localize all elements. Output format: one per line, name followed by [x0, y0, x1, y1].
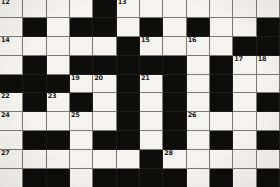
crossword-photo: 1213141516171819202122232425262728	[0, 0, 280, 187]
black-cell-r1c11	[257, 18, 280, 37]
white-cell-r5c8[interactable]	[187, 93, 210, 112]
white-cell-r5c10[interactable]	[233, 93, 256, 112]
white-cell-r4c11[interactable]	[257, 75, 280, 94]
black-cell-r4c9	[210, 75, 233, 94]
black-cell-r1c4	[93, 18, 116, 37]
black-cell-r9c1	[23, 169, 46, 187]
white-cell-r8c0[interactable]: 27	[0, 150, 23, 169]
white-cell-r6c2[interactable]	[47, 112, 70, 131]
white-cell-r6c10[interactable]	[233, 112, 256, 131]
white-cell-r6c1[interactable]	[23, 112, 46, 131]
crossword-grid: 1213141516171819202122232425262728	[0, 0, 280, 187]
white-cell-r3c8[interactable]	[187, 56, 210, 75]
white-cell-r0c8[interactable]	[187, 0, 210, 18]
black-cell-r7c11	[257, 131, 280, 150]
clue-number-26: 26	[188, 112, 196, 119]
white-cell-r6c11[interactable]	[257, 112, 280, 131]
clue-number-22: 22	[1, 93, 9, 100]
white-cell-r8c8[interactable]	[187, 150, 210, 169]
black-cell-r1c1	[23, 18, 46, 37]
white-cell-r9c8[interactable]	[187, 169, 210, 187]
clue-number-17: 17	[234, 56, 242, 63]
black-cell-r9c7	[163, 169, 186, 187]
clue-number-18: 18	[258, 56, 266, 63]
white-cell-r1c0[interactable]	[0, 18, 23, 37]
white-cell-r6c6[interactable]	[140, 112, 163, 131]
black-cell-r7c4	[93, 131, 116, 150]
white-cell-r4c10[interactable]	[233, 75, 256, 94]
white-cell-r2c1[interactable]	[23, 37, 46, 56]
black-cell-r4c0	[0, 75, 23, 94]
black-cell-r1c8	[187, 18, 210, 37]
black-cell-r3c5	[117, 56, 140, 75]
white-cell-r3c10[interactable]: 17	[233, 56, 256, 75]
white-cell-r2c9[interactable]	[210, 37, 233, 56]
white-cell-r6c3[interactable]: 25	[70, 112, 93, 131]
white-cell-r4c3[interactable]: 19	[70, 75, 93, 94]
black-cell-r4c1	[23, 75, 46, 94]
white-cell-r5c4[interactable]	[93, 93, 116, 112]
white-cell-r6c8[interactable]: 26	[187, 112, 210, 131]
white-cell-r2c0[interactable]: 14	[0, 37, 23, 56]
white-cell-r6c4[interactable]	[93, 112, 116, 131]
white-cell-r2c8[interactable]: 16	[187, 37, 210, 56]
white-cell-r0c3[interactable]	[70, 0, 93, 18]
white-cell-r8c4[interactable]	[93, 150, 116, 169]
clue-number-21: 21	[141, 75, 149, 82]
black-cell-r9c4	[93, 169, 116, 187]
white-cell-r9c3[interactable]	[70, 169, 93, 187]
clue-number-28: 28	[164, 150, 172, 157]
clue-number-25: 25	[71, 112, 79, 119]
white-cell-r5c0[interactable]: 22	[0, 93, 23, 112]
white-cell-r0c6[interactable]	[140, 0, 163, 18]
white-cell-r2c4[interactable]	[93, 37, 116, 56]
white-cell-r4c6[interactable]: 21	[140, 75, 163, 94]
white-cell-r8c1[interactable]	[23, 150, 46, 169]
clue-number-24: 24	[1, 112, 9, 119]
clue-number-27: 27	[1, 150, 9, 157]
clue-number-20: 20	[94, 75, 102, 82]
white-cell-r8c11[interactable]	[257, 150, 280, 169]
white-cell-r1c7[interactable]	[163, 18, 186, 37]
white-cell-r0c0[interactable]: 12	[0, 0, 23, 18]
white-cell-r2c7[interactable]	[163, 37, 186, 56]
black-cell-r4c7	[163, 75, 186, 94]
clue-number-16: 16	[188, 37, 196, 44]
black-cell-r1c6	[140, 18, 163, 37]
black-cell-r2c11	[257, 37, 280, 56]
black-cell-r6c7	[163, 112, 186, 131]
white-cell-r0c5[interactable]: 13	[117, 0, 140, 18]
white-cell-r0c2[interactable]	[47, 0, 70, 18]
white-cell-r9c0[interactable]	[0, 169, 23, 187]
white-cell-r6c9[interactable]	[210, 112, 233, 131]
white-cell-r8c7[interactable]: 28	[163, 150, 186, 169]
black-cell-r4c2	[47, 75, 70, 94]
white-cell-r0c10[interactable]	[233, 0, 256, 18]
black-cell-r7c2	[47, 131, 70, 150]
white-cell-r7c6[interactable]	[140, 131, 163, 150]
black-cell-r5c11	[257, 93, 280, 112]
clue-number-14: 14	[1, 37, 9, 44]
clue-number-23: 23	[48, 93, 56, 100]
white-cell-r4c4[interactable]: 20	[93, 75, 116, 94]
white-cell-r5c6[interactable]	[140, 93, 163, 112]
black-cell-r6c5	[117, 112, 140, 131]
white-cell-r2c2[interactable]	[47, 37, 70, 56]
black-cell-r7c7	[163, 131, 186, 150]
white-cell-r3c0[interactable]	[0, 56, 23, 75]
black-cell-r3c3	[70, 56, 93, 75]
black-cell-r3c9	[210, 56, 233, 75]
white-cell-r3c11[interactable]: 18	[257, 56, 280, 75]
black-cell-r9c6	[140, 169, 163, 187]
black-cell-r9c11	[257, 169, 280, 187]
white-cell-r0c1[interactable]	[23, 0, 46, 18]
white-cell-r1c2[interactable]	[47, 18, 70, 37]
white-cell-r8c5[interactable]	[117, 150, 140, 169]
black-cell-r5c9	[210, 93, 233, 112]
white-cell-r7c8[interactable]	[187, 131, 210, 150]
white-cell-r7c10[interactable]	[233, 131, 256, 150]
white-cell-r1c10[interactable]	[233, 18, 256, 37]
clue-number-12: 12	[1, 0, 9, 6]
black-cell-r8c6	[140, 150, 163, 169]
white-cell-r8c9[interactable]	[210, 150, 233, 169]
black-cell-r4c5	[117, 75, 140, 94]
black-cell-r5c7	[163, 93, 186, 112]
white-cell-r1c9[interactable]	[210, 18, 233, 37]
white-cell-r0c7[interactable]	[163, 0, 186, 18]
black-cell-r7c1	[23, 131, 46, 150]
white-cell-r6c0[interactable]: 24	[0, 112, 23, 131]
white-cell-r3c2[interactable]	[47, 56, 70, 75]
black-cell-r1c3	[70, 18, 93, 37]
black-cell-r3c7	[163, 56, 186, 75]
white-cell-r0c9[interactable]	[210, 0, 233, 18]
black-cell-r3c6	[140, 56, 163, 75]
black-cell-r7c9	[210, 131, 233, 150]
clue-number-15: 15	[141, 37, 149, 44]
black-cell-r5c3	[70, 93, 93, 112]
black-cell-r3c4	[93, 56, 116, 75]
white-cell-r8c10[interactable]	[233, 150, 256, 169]
white-cell-r5c2[interactable]: 23	[47, 93, 70, 112]
white-cell-r7c3[interactable]	[70, 131, 93, 150]
white-cell-r9c10[interactable]	[233, 169, 256, 187]
black-cell-r0c4	[93, 0, 116, 18]
black-cell-r9c5	[117, 169, 140, 187]
clue-number-19: 19	[71, 75, 79, 82]
white-cell-r8c2[interactable]	[47, 150, 70, 169]
black-cell-r9c2	[47, 169, 70, 187]
clue-number-13: 13	[118, 0, 126, 6]
white-cell-r0c11[interactable]	[257, 0, 280, 18]
black-cell-r5c1	[23, 93, 46, 112]
black-cell-r5c5	[117, 93, 140, 112]
white-cell-r2c6[interactable]: 15	[140, 37, 163, 56]
white-cell-r7c0[interactable]	[0, 131, 23, 150]
black-cell-r3c1	[23, 56, 46, 75]
white-cell-r4c8[interactable]	[187, 75, 210, 94]
black-cell-r2c10	[233, 37, 256, 56]
black-cell-r2c5	[117, 37, 140, 56]
white-cell-r1c5[interactable]	[117, 18, 140, 37]
black-cell-r7c5	[117, 131, 140, 150]
white-cell-r8c3[interactable]	[70, 150, 93, 169]
white-cell-r2c3[interactable]	[70, 37, 93, 56]
black-cell-r9c9	[210, 169, 233, 187]
